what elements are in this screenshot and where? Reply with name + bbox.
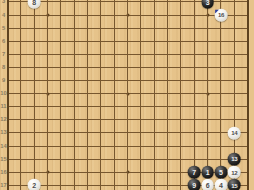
board-intersection[interactable] — [54, 87, 67, 100]
board-intersection[interactable] — [174, 22, 187, 35]
board-intersection[interactable] — [148, 74, 161, 87]
board-intersection[interactable] — [241, 87, 254, 100]
star-point — [126, 171, 129, 174]
board-intersection[interactable] — [121, 61, 134, 74]
board-intersection[interactable] — [241, 0, 254, 9]
board-intersection[interactable] — [41, 35, 54, 48]
row-coordinate-label: 4 — [0, 12, 7, 19]
board-intersection[interactable] — [27, 113, 40, 126]
board-intersection[interactable] — [161, 74, 174, 87]
star-point — [46, 14, 49, 17]
board-intersection[interactable] — [174, 9, 187, 22]
stone-white-16: 16 — [215, 9, 228, 22]
board-intersection[interactable] — [241, 166, 254, 179]
board-intersection[interactable] — [188, 139, 201, 152]
board-intersection[interactable] — [94, 0, 107, 9]
board-intersection[interactable] — [228, 74, 241, 87]
board-intersection[interactable] — [68, 87, 81, 100]
go-board[interactable]: 8316141371512296415 — [1, 0, 254, 190]
board-intersection[interactable] — [148, 126, 161, 139]
board-intersection[interactable] — [201, 153, 214, 166]
board-intersection[interactable] — [201, 126, 214, 139]
board-intersection[interactable] — [108, 113, 121, 126]
board-intersection[interactable] — [174, 126, 187, 139]
board-intersection[interactable] — [54, 0, 67, 9]
board-intersection[interactable] — [14, 74, 27, 87]
board-intersection[interactable] — [94, 35, 107, 48]
board-intersection[interactable] — [228, 113, 241, 126]
board-intersection[interactable] — [148, 61, 161, 74]
board-intersection[interactable] — [188, 113, 201, 126]
board-intersection[interactable] — [121, 22, 134, 35]
board-intersection[interactable] — [228, 35, 241, 48]
board-intersection[interactable] — [14, 113, 27, 126]
board-intersection[interactable] — [174, 166, 187, 179]
board-intersection[interactable] — [108, 22, 121, 35]
board-intersection[interactable] — [241, 48, 254, 61]
board-intersection[interactable] — [161, 153, 174, 166]
board-intersection[interactable] — [174, 87, 187, 100]
board-intersection[interactable] — [68, 179, 81, 190]
move-number: 4 — [219, 182, 223, 189]
board-intersection[interactable] — [68, 22, 81, 35]
board-intersection[interactable] — [54, 61, 67, 74]
board-intersection[interactable] — [214, 74, 227, 87]
board-intersection[interactable] — [94, 100, 107, 113]
board-intersection[interactable] — [68, 35, 81, 48]
board-intersection[interactable] — [27, 166, 40, 179]
board-intersection[interactable] — [14, 9, 27, 22]
board-intersection[interactable] — [54, 166, 67, 179]
row-coordinate-label: 9 — [0, 77, 7, 84]
board-intersection[interactable] — [161, 48, 174, 61]
row-coordinates: 34567891011121314151617 — [0, 0, 8, 190]
board-intersection[interactable] — [121, 139, 134, 152]
board-intersection[interactable] — [81, 126, 94, 139]
board-intersection[interactable] — [201, 139, 214, 152]
board-intersection[interactable] — [41, 153, 54, 166]
board-intersection[interactable] — [54, 139, 67, 152]
row-coordinate-label: 15 — [0, 156, 7, 163]
board-intersection[interactable] — [94, 153, 107, 166]
board-intersection[interactable] — [214, 153, 227, 166]
board-intersection[interactable] — [108, 35, 121, 48]
board-intersection[interactable] — [41, 87, 54, 100]
move-number: 5 — [219, 169, 223, 176]
board-intersection[interactable] — [188, 87, 201, 100]
board-intersection[interactable] — [54, 153, 67, 166]
board-intersection[interactable] — [148, 48, 161, 61]
board-intersection[interactable] — [134, 0, 147, 9]
board-intersection[interactable] — [134, 61, 147, 74]
board-intersection[interactable] — [41, 61, 54, 74]
board-intersection[interactable] — [161, 0, 174, 9]
board-intersection[interactable]: 16 — [214, 9, 227, 22]
board-intersection[interactable] — [174, 113, 187, 126]
board-intersection[interactable] — [121, 9, 134, 22]
board-intersection[interactable] — [161, 35, 174, 48]
board-intersection[interactable] — [14, 166, 27, 179]
board-intersection[interactable] — [161, 9, 174, 22]
board-intersection[interactable] — [148, 166, 161, 179]
board-intersection[interactable]: 7 — [188, 166, 201, 179]
board-intersection[interactable] — [201, 113, 214, 126]
board-intersection[interactable] — [188, 74, 201, 87]
board-intersection[interactable] — [228, 61, 241, 74]
board-intersection[interactable] — [27, 139, 40, 152]
board-intersection[interactable] — [228, 100, 241, 113]
board-intersection[interactable] — [27, 35, 40, 48]
board-intersection[interactable] — [214, 22, 227, 35]
board-intersection[interactable] — [41, 126, 54, 139]
board-intersection[interactable] — [14, 153, 27, 166]
board-intersection[interactable] — [201, 74, 214, 87]
board-intersection[interactable] — [68, 9, 81, 22]
board-intersection[interactable] — [214, 100, 227, 113]
board-intersection[interactable] — [241, 139, 254, 152]
board-intersection[interactable] — [108, 0, 121, 9]
board-intersection[interactable] — [27, 61, 40, 74]
board-intersection[interactable] — [81, 87, 94, 100]
board-intersection[interactable] — [108, 139, 121, 152]
board-intersection[interactable] — [148, 139, 161, 152]
board-intersection[interactable] — [14, 35, 27, 48]
board-intersection[interactable] — [94, 166, 107, 179]
board-intersection[interactable] — [68, 113, 81, 126]
board-intersection[interactable] — [108, 74, 121, 87]
board-intersection[interactable] — [214, 126, 227, 139]
board-intersection[interactable] — [14, 100, 27, 113]
board-intersection[interactable] — [94, 48, 107, 61]
board-intersection[interactable] — [94, 87, 107, 100]
board-intersection[interactable]: 15 — [228, 179, 241, 190]
board-intersection[interactable]: 6 — [201, 179, 214, 190]
board-intersection[interactable] — [54, 126, 67, 139]
board-intersection[interactable] — [54, 48, 67, 61]
board-intersection[interactable] — [68, 74, 81, 87]
go-board-screen: 34567891011121314151617 8316141371512296… — [0, 0, 254, 190]
board-intersection[interactable] — [108, 100, 121, 113]
board-intersection[interactable] — [27, 22, 40, 35]
board-intersection[interactable] — [121, 48, 134, 61]
board-intersection[interactable] — [14, 87, 27, 100]
board-intersection[interactable] — [54, 179, 67, 190]
board-intersection[interactable] — [94, 113, 107, 126]
board-intersection[interactable] — [41, 166, 54, 179]
board-intersection[interactable] — [174, 74, 187, 87]
board-intersection[interactable] — [27, 74, 40, 87]
board-intersection[interactable] — [108, 87, 121, 100]
stone-black-9: 9 — [188, 179, 201, 190]
board-intersection[interactable] — [188, 35, 201, 48]
board-intersection[interactable]: 1 — [201, 166, 214, 179]
board-intersection[interactable] — [201, 100, 214, 113]
board-intersection[interactable] — [94, 126, 107, 139]
board-intersection[interactable] — [214, 35, 227, 48]
board-intersection[interactable] — [68, 139, 81, 152]
board-intersection[interactable] — [201, 61, 214, 74]
board-intersection[interactable] — [41, 100, 54, 113]
board-intersection[interactable] — [94, 179, 107, 190]
board-intersection[interactable] — [121, 166, 134, 179]
row-coordinate-label: 12 — [0, 116, 7, 123]
board-intersection[interactable] — [94, 22, 107, 35]
board-intersection[interactable] — [134, 126, 147, 139]
star-point — [46, 171, 49, 174]
move-number: 2 — [32, 182, 36, 189]
board-intersection[interactable] — [241, 22, 254, 35]
board-intersection[interactable] — [134, 35, 147, 48]
board-intersection[interactable]: 9 — [188, 179, 201, 190]
board-intersection[interactable] — [148, 9, 161, 22]
board-intersection[interactable]: 2 — [27, 179, 40, 190]
board-intersection[interactable] — [121, 153, 134, 166]
board-intersection[interactable] — [161, 139, 174, 152]
board-intersection[interactable] — [81, 0, 94, 9]
star-point — [126, 14, 129, 17]
board-intersection[interactable] — [161, 22, 174, 35]
board-intersection[interactable] — [121, 179, 134, 190]
board-intersection[interactable] — [14, 61, 27, 74]
stone-white-4: 4 — [215, 179, 228, 190]
board-intersection[interactable] — [241, 74, 254, 87]
board-intersection[interactable] — [108, 61, 121, 74]
stone-black-13: 13 — [228, 153, 241, 166]
board-intersection[interactable] — [14, 179, 27, 190]
board-intersection[interactable]: 3 — [201, 0, 214, 9]
row-coordinate-label: 16 — [0, 169, 7, 176]
row-coordinate-label: 10 — [0, 90, 7, 97]
board-intersection[interactable] — [81, 139, 94, 152]
board-intersection[interactable] — [174, 139, 187, 152]
board-intersection[interactable] — [148, 87, 161, 100]
board-intersection[interactable] — [214, 113, 227, 126]
stone-black-5: 5 — [215, 166, 228, 179]
board-intersection[interactable] — [228, 139, 241, 152]
board-intersection[interactable] — [68, 126, 81, 139]
board-intersection[interactable]: 12 — [228, 166, 241, 179]
board-intersection[interactable] — [161, 113, 174, 126]
board-intersection[interactable] — [68, 166, 81, 179]
board-intersection[interactable] — [228, 9, 241, 22]
board-intersection[interactable] — [241, 153, 254, 166]
board-intersection[interactable] — [27, 48, 40, 61]
board-intersection[interactable] — [81, 35, 94, 48]
board-intersection[interactable] — [174, 61, 187, 74]
move-number: 9 — [192, 182, 196, 189]
board-intersection[interactable] — [41, 22, 54, 35]
board-intersection[interactable] — [81, 100, 94, 113]
board-intersection[interactable] — [188, 22, 201, 35]
board-intersection[interactable] — [27, 9, 40, 22]
board-intersection[interactable] — [68, 61, 81, 74]
board-intersection[interactable] — [228, 87, 241, 100]
board-intersection[interactable] — [174, 48, 187, 61]
stone-white-12: 12 — [228, 166, 241, 179]
board-intersection[interactable] — [68, 0, 81, 9]
board-intersection[interactable] — [108, 153, 121, 166]
board-intersection[interactable] — [161, 61, 174, 74]
board-intersection[interactable] — [134, 9, 147, 22]
board-intersection[interactable] — [214, 87, 227, 100]
board-intersection[interactable] — [161, 126, 174, 139]
board-intersection[interactable] — [148, 22, 161, 35]
board-intersection[interactable] — [81, 166, 94, 179]
board-intersection[interactable] — [41, 139, 54, 152]
board-intersection[interactable] — [134, 113, 147, 126]
board-intersection[interactable] — [121, 100, 134, 113]
board-intersection[interactable] — [241, 126, 254, 139]
board-intersection[interactable] — [201, 9, 214, 22]
board-intersection[interactable]: 8 — [27, 0, 40, 9]
board-intersection[interactable] — [108, 9, 121, 22]
board-intersection[interactable]: 13 — [228, 153, 241, 166]
board-intersection[interactable] — [161, 179, 174, 190]
board-intersection[interactable] — [188, 48, 201, 61]
board-intersection[interactable] — [134, 139, 147, 152]
board-intersection[interactable] — [174, 153, 187, 166]
move-number: 14 — [231, 130, 237, 136]
board-intersection[interactable] — [228, 0, 241, 9]
board-intersection[interactable] — [214, 139, 227, 152]
board-intersection[interactable] — [121, 126, 134, 139]
board-intersection[interactable] — [161, 166, 174, 179]
board-intersection[interactable] — [54, 35, 67, 48]
board-intersection[interactable] — [241, 113, 254, 126]
board-intersection[interactable] — [174, 179, 187, 190]
board-intersection[interactable] — [108, 126, 121, 139]
board-intersection[interactable] — [214, 0, 227, 9]
board-intersection[interactable] — [68, 100, 81, 113]
board-intersection[interactable] — [41, 0, 54, 9]
board-intersection[interactable] — [241, 9, 254, 22]
star-point — [206, 92, 209, 95]
board-intersection[interactable] — [14, 0, 27, 9]
board-intersection[interactable] — [201, 87, 214, 100]
board-intersection[interactable] — [121, 0, 134, 9]
board-intersection[interactable] — [81, 153, 94, 166]
board-intersection[interactable] — [174, 0, 187, 9]
board-intersection[interactable] — [241, 179, 254, 190]
board-intersection[interactable] — [54, 113, 67, 126]
board-intersection[interactable] — [228, 22, 241, 35]
board-intersection[interactable] — [188, 61, 201, 74]
board-intersection[interactable] — [41, 48, 54, 61]
board-intersection[interactable]: 4 — [214, 179, 227, 190]
board-intersection[interactable] — [148, 35, 161, 48]
board-intersection[interactable]: 14 — [228, 126, 241, 139]
board-intersection[interactable] — [54, 22, 67, 35]
board-intersection[interactable] — [134, 166, 147, 179]
board-intersection[interactable] — [41, 74, 54, 87]
board-intersection[interactable] — [174, 100, 187, 113]
board-intersection[interactable] — [188, 153, 201, 166]
board-intersection[interactable] — [241, 100, 254, 113]
board-intersection[interactable] — [134, 153, 147, 166]
board-intersection[interactable] — [161, 87, 174, 100]
board-intersection[interactable] — [27, 100, 40, 113]
board-intersection[interactable] — [41, 113, 54, 126]
board-intersection[interactable] — [54, 9, 67, 22]
board-intersection[interactable] — [121, 87, 134, 100]
board-intersection[interactable] — [134, 22, 147, 35]
board-intersection[interactable] — [201, 22, 214, 35]
board-intersection[interactable] — [68, 153, 81, 166]
board-intersection[interactable] — [121, 35, 134, 48]
board-intersection[interactable] — [241, 35, 254, 48]
board-intersection[interactable] — [14, 22, 27, 35]
board-intersection[interactable] — [188, 126, 201, 139]
board-intersection[interactable] — [228, 48, 241, 61]
board-intersection[interactable] — [14, 48, 27, 61]
board-intersection[interactable] — [201, 35, 214, 48]
board-intersection[interactable] — [14, 139, 27, 152]
move-number: 6 — [206, 182, 210, 189]
board-intersection[interactable] — [148, 153, 161, 166]
board-intersection[interactable] — [54, 74, 67, 87]
board-intersection[interactable] — [201, 48, 214, 61]
board-intersection[interactable] — [94, 139, 107, 152]
board-intersection[interactable] — [41, 179, 54, 190]
board-intersection[interactable] — [81, 61, 94, 74]
board-intersection[interactable] — [174, 35, 187, 48]
board-intersection[interactable] — [54, 100, 67, 113]
board-intersection[interactable] — [94, 9, 107, 22]
board-intersection[interactable] — [188, 100, 201, 113]
board-intersection[interactable] — [134, 87, 147, 100]
board-intersection[interactable] — [81, 113, 94, 126]
board-intersection[interactable] — [214, 48, 227, 61]
stone-black-15: 15 — [228, 179, 241, 190]
board-intersection[interactable]: 5 — [214, 166, 227, 179]
board-intersection[interactable] — [108, 48, 121, 61]
board-intersection[interactable] — [161, 100, 174, 113]
board-intersection[interactable] — [14, 126, 27, 139]
board-intersection[interactable] — [148, 113, 161, 126]
board-intersection[interactable] — [27, 153, 40, 166]
board-intersection[interactable] — [108, 166, 121, 179]
board-intersection[interactable] — [121, 113, 134, 126]
board-intersection[interactable] — [134, 48, 147, 61]
board-intersection[interactable] — [81, 22, 94, 35]
board-intersection[interactable] — [27, 126, 40, 139]
board-intersection[interactable] — [214, 61, 227, 74]
board-intersection[interactable] — [241, 61, 254, 74]
move-number: 12 — [231, 169, 237, 175]
board-intersection[interactable] — [188, 0, 201, 9]
board-intersection[interactable] — [148, 0, 161, 9]
board-intersection[interactable] — [94, 74, 107, 87]
board-intersection[interactable] — [188, 9, 201, 22]
board-intersection[interactable] — [148, 179, 161, 190]
board-intersection[interactable] — [68, 48, 81, 61]
board-intersection[interactable] — [81, 179, 94, 190]
board-intersection[interactable] — [134, 74, 147, 87]
board-intersection[interactable] — [94, 61, 107, 74]
row-coordinate-label: 8 — [0, 64, 7, 71]
board-intersection[interactable] — [27, 87, 40, 100]
board-intersection[interactable] — [134, 179, 147, 190]
board-intersection[interactable] — [41, 9, 54, 22]
board-intersection[interactable] — [81, 74, 94, 87]
board-intersection[interactable] — [148, 100, 161, 113]
row-coordinate-label: 11 — [0, 103, 7, 110]
board-intersection[interactable] — [108, 179, 121, 190]
board-intersection[interactable] — [81, 9, 94, 22]
board-intersection[interactable] — [81, 48, 94, 61]
board-intersection[interactable] — [134, 100, 147, 113]
board-intersection[interactable] — [121, 74, 134, 87]
